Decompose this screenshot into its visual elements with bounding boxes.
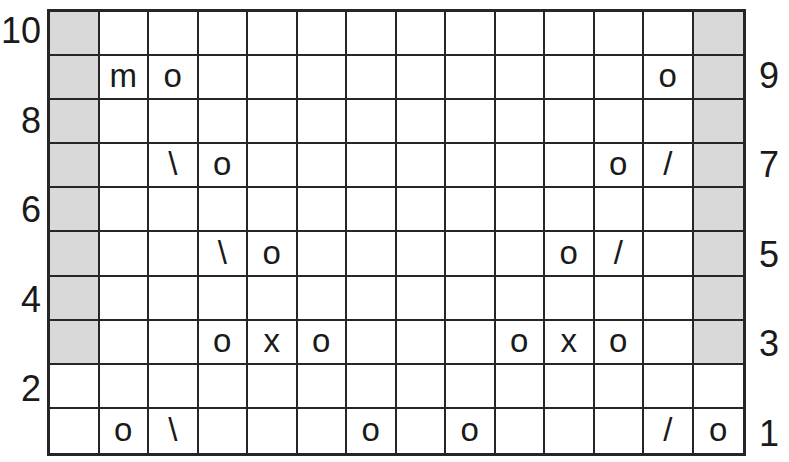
knitting-chart: 108642 moo\oo/\oo/oxooxoo\oo/o 97531 bbox=[0, 0, 789, 462]
empty-cell bbox=[248, 100, 298, 144]
empty-cell bbox=[545, 409, 595, 453]
no-stitch-cell bbox=[694, 188, 744, 232]
empty-cell bbox=[248, 144, 298, 188]
empty-cell bbox=[50, 365, 100, 409]
row-label-left bbox=[0, 322, 43, 367]
row-label-left bbox=[0, 54, 43, 99]
empty-cell bbox=[199, 12, 249, 56]
empty-cell bbox=[446, 100, 496, 144]
symbol-cell: o bbox=[248, 232, 298, 276]
symbol-cell: o bbox=[595, 321, 645, 365]
empty-cell bbox=[100, 144, 150, 188]
empty-cell bbox=[545, 188, 595, 232]
empty-cell bbox=[298, 409, 348, 453]
empty-cell bbox=[347, 144, 397, 188]
empty-cell bbox=[545, 365, 595, 409]
no-stitch-cell bbox=[694, 232, 744, 276]
empty-cell bbox=[298, 12, 348, 56]
empty-cell bbox=[149, 321, 199, 365]
no-stitch-cell bbox=[50, 100, 100, 144]
row-labels-right: 97531 bbox=[750, 9, 789, 456]
empty-cell bbox=[397, 100, 447, 144]
empty-cell bbox=[595, 188, 645, 232]
no-stitch-cell bbox=[50, 277, 100, 321]
row-label-right bbox=[750, 188, 789, 233]
empty-cell bbox=[694, 365, 744, 409]
row-label-right: 5 bbox=[750, 233, 789, 278]
no-stitch-cell bbox=[50, 188, 100, 232]
empty-cell bbox=[347, 365, 397, 409]
empty-cell bbox=[199, 365, 249, 409]
empty-cell bbox=[100, 12, 150, 56]
empty-cell bbox=[347, 232, 397, 276]
empty-cell bbox=[149, 365, 199, 409]
empty-cell bbox=[397, 232, 447, 276]
empty-cell bbox=[397, 409, 447, 453]
empty-cell bbox=[100, 188, 150, 232]
row-label-left bbox=[0, 233, 43, 278]
empty-cell bbox=[496, 12, 546, 56]
chart-grid: moo\oo/\oo/oxooxoo\oo/o bbox=[47, 9, 746, 456]
row-label-right bbox=[750, 277, 789, 322]
symbol-cell: o bbox=[644, 56, 694, 100]
symbol-cell: \ bbox=[149, 409, 199, 453]
row-label-right: 7 bbox=[750, 143, 789, 188]
empty-cell bbox=[100, 100, 150, 144]
empty-cell bbox=[496, 188, 546, 232]
row-label-right: 3 bbox=[750, 322, 789, 367]
empty-cell bbox=[248, 277, 298, 321]
symbol-cell: / bbox=[644, 409, 694, 453]
empty-cell bbox=[397, 188, 447, 232]
empty-cell bbox=[595, 409, 645, 453]
empty-cell bbox=[248, 188, 298, 232]
empty-cell bbox=[595, 277, 645, 321]
empty-cell bbox=[199, 409, 249, 453]
empty-cell bbox=[595, 56, 645, 100]
empty-cell bbox=[644, 365, 694, 409]
symbol-cell: \ bbox=[199, 232, 249, 276]
row-label-left bbox=[0, 143, 43, 188]
empty-cell bbox=[100, 365, 150, 409]
empty-cell bbox=[149, 100, 199, 144]
empty-cell bbox=[496, 365, 546, 409]
no-stitch-cell bbox=[694, 56, 744, 100]
row-label-left bbox=[0, 411, 43, 456]
empty-cell bbox=[298, 56, 348, 100]
empty-cell bbox=[397, 321, 447, 365]
empty-cell bbox=[149, 188, 199, 232]
empty-cell bbox=[347, 56, 397, 100]
empty-cell bbox=[397, 12, 447, 56]
empty-cell bbox=[446, 144, 496, 188]
no-stitch-cell bbox=[694, 100, 744, 144]
row-label-left: 8 bbox=[0, 98, 43, 143]
empty-cell bbox=[248, 12, 298, 56]
symbol-cell: o bbox=[446, 409, 496, 453]
empty-cell bbox=[149, 12, 199, 56]
empty-cell bbox=[347, 188, 397, 232]
empty-cell bbox=[298, 188, 348, 232]
empty-cell bbox=[199, 188, 249, 232]
no-stitch-cell bbox=[694, 321, 744, 365]
empty-cell bbox=[149, 277, 199, 321]
empty-cell bbox=[595, 12, 645, 56]
empty-cell bbox=[545, 100, 595, 144]
row-label-right bbox=[750, 367, 789, 412]
empty-cell bbox=[644, 188, 694, 232]
row-label-left: 2 bbox=[0, 367, 43, 412]
empty-cell bbox=[298, 144, 348, 188]
empty-cell bbox=[446, 321, 496, 365]
empty-cell bbox=[446, 188, 496, 232]
row-label-left: 4 bbox=[0, 277, 43, 322]
empty-cell bbox=[545, 144, 595, 188]
empty-cell bbox=[298, 232, 348, 276]
empty-cell bbox=[446, 232, 496, 276]
empty-cell bbox=[644, 321, 694, 365]
symbol-cell: / bbox=[644, 144, 694, 188]
empty-cell bbox=[347, 12, 397, 56]
symbol-cell: o bbox=[694, 409, 744, 453]
empty-cell bbox=[397, 144, 447, 188]
symbol-cell: o bbox=[298, 321, 348, 365]
symbol-cell: \ bbox=[149, 144, 199, 188]
symbol-cell: m bbox=[100, 56, 150, 100]
empty-cell bbox=[446, 365, 496, 409]
empty-cell bbox=[496, 277, 546, 321]
empty-cell bbox=[545, 277, 595, 321]
empty-cell bbox=[248, 409, 298, 453]
row-label-left: 6 bbox=[0, 188, 43, 233]
symbol-cell: o bbox=[100, 409, 150, 453]
empty-cell bbox=[496, 56, 546, 100]
empty-cell bbox=[100, 277, 150, 321]
symbol-cell: o bbox=[149, 56, 199, 100]
empty-cell bbox=[595, 365, 645, 409]
row-label-right: 9 bbox=[750, 54, 789, 99]
empty-cell bbox=[397, 56, 447, 100]
no-stitch-cell bbox=[50, 12, 100, 56]
empty-cell bbox=[545, 12, 595, 56]
empty-cell bbox=[446, 277, 496, 321]
empty-cell bbox=[347, 321, 397, 365]
no-stitch-cell bbox=[50, 56, 100, 100]
empty-cell bbox=[545, 56, 595, 100]
no-stitch-cell bbox=[50, 144, 100, 188]
row-label-right bbox=[750, 98, 789, 143]
no-stitch-cell bbox=[694, 144, 744, 188]
empty-cell bbox=[644, 232, 694, 276]
empty-cell bbox=[347, 100, 397, 144]
symbol-cell: o bbox=[496, 321, 546, 365]
empty-cell bbox=[347, 277, 397, 321]
symbol-cell: o bbox=[199, 144, 249, 188]
empty-cell bbox=[397, 277, 447, 321]
row-label-right: 1 bbox=[750, 411, 789, 456]
empty-cell bbox=[397, 365, 447, 409]
empty-cell bbox=[149, 232, 199, 276]
row-label-left: 10 bbox=[0, 9, 43, 54]
symbol-cell: / bbox=[595, 232, 645, 276]
empty-cell bbox=[496, 144, 546, 188]
empty-cell bbox=[100, 321, 150, 365]
symbol-cell: o bbox=[545, 232, 595, 276]
empty-cell bbox=[199, 100, 249, 144]
row-label-right bbox=[750, 9, 789, 54]
empty-cell bbox=[298, 365, 348, 409]
symbol-cell: o bbox=[347, 409, 397, 453]
empty-cell bbox=[199, 277, 249, 321]
symbol-cell: o bbox=[199, 321, 249, 365]
no-stitch-cell bbox=[50, 321, 100, 365]
no-stitch-cell bbox=[50, 232, 100, 276]
empty-cell bbox=[248, 56, 298, 100]
symbol-cell: o bbox=[595, 144, 645, 188]
empty-cell bbox=[199, 56, 249, 100]
empty-cell bbox=[248, 365, 298, 409]
empty-cell bbox=[644, 277, 694, 321]
empty-cell bbox=[298, 277, 348, 321]
empty-cell bbox=[595, 100, 645, 144]
empty-cell bbox=[100, 232, 150, 276]
no-stitch-cell bbox=[694, 277, 744, 321]
empty-cell bbox=[50, 409, 100, 453]
empty-cell bbox=[644, 100, 694, 144]
empty-cell bbox=[644, 12, 694, 56]
empty-cell bbox=[496, 409, 546, 453]
empty-cell bbox=[496, 100, 546, 144]
empty-cell bbox=[298, 100, 348, 144]
empty-cell bbox=[446, 12, 496, 56]
empty-cell bbox=[496, 232, 546, 276]
symbol-cell: x bbox=[545, 321, 595, 365]
empty-cell bbox=[446, 56, 496, 100]
symbol-cell: x bbox=[248, 321, 298, 365]
no-stitch-cell bbox=[694, 12, 744, 56]
row-labels-left: 108642 bbox=[0, 9, 43, 456]
